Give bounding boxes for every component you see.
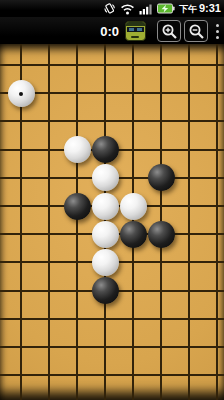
stone-black	[120, 221, 147, 248]
signal-strength-icon	[139, 3, 153, 15]
score-label: 0:0	[100, 24, 119, 39]
grid-line-horizontal	[0, 374, 224, 376]
face-mouth	[131, 36, 139, 38]
status-time-value: 9:31	[199, 2, 221, 14]
stone-black	[92, 136, 119, 163]
battery-charging-icon	[157, 3, 175, 14]
magnifier-minus-icon	[188, 23, 205, 40]
opponent-face-icon	[125, 21, 146, 41]
overflow-menu-button[interactable]	[213, 24, 221, 39]
stone-black	[148, 164, 175, 191]
game-board[interactable]	[0, 44, 224, 400]
toolbar: 0:0	[0, 18, 224, 44]
status-time: 下午9:31	[179, 2, 221, 16]
zoom-out-button[interactable]	[184, 20, 208, 42]
stone-white	[120, 193, 147, 220]
stone-white	[92, 249, 119, 276]
stone-white	[92, 221, 119, 248]
magnifier-plus-icon	[161, 23, 178, 40]
vibrate-icon	[103, 2, 116, 15]
face-sunglasses	[127, 27, 144, 32]
grid-line-horizontal	[0, 346, 224, 348]
stone-black	[64, 193, 91, 220]
grid-line-horizontal	[0, 120, 224, 122]
status-bar: 下午9:31	[0, 0, 224, 18]
status-time-ampm: 下午	[179, 4, 197, 14]
wifi-icon	[120, 3, 135, 15]
zoom-in-button[interactable]	[157, 20, 181, 42]
stone-black	[148, 221, 175, 248]
stone-white	[92, 193, 119, 220]
grid-line-horizontal	[0, 318, 224, 320]
last-move-marker	[19, 92, 23, 96]
stone-black	[92, 277, 119, 304]
face-hair	[126, 22, 145, 26]
stone-white	[8, 80, 35, 107]
stone-white	[92, 164, 119, 191]
stone-white	[64, 136, 91, 163]
grid-line-horizontal	[0, 64, 224, 66]
